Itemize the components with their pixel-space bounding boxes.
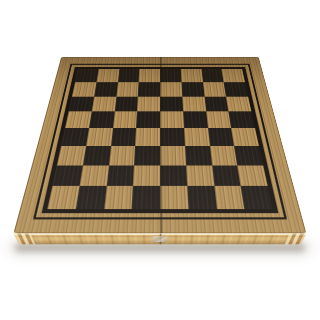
square-b7 [94,82,118,96]
square-g2 [212,165,241,186]
square-d8 [139,69,160,82]
square-g6 [204,96,229,111]
inner-frame [42,67,279,213]
square-h4 [231,128,259,146]
square-b3 [83,146,111,165]
square-e1 [160,186,188,209]
square-c3 [108,146,135,165]
product-photo [0,0,320,320]
square-f7 [181,82,204,96]
square-f2 [186,165,214,186]
square-a6 [69,96,94,111]
square-a2 [52,165,82,186]
square-b5 [89,112,115,128]
square-f6 [182,96,206,111]
square-f8 [181,69,203,82]
square-e2 [160,165,187,186]
square-h2 [237,165,267,186]
square-f5 [183,112,208,128]
square-b1 [75,186,106,209]
square-d3 [134,146,160,165]
square-f1 [187,186,216,209]
square-e4 [160,128,185,146]
square-g4 [208,128,235,146]
square-b4 [86,128,113,146]
square-a7 [72,82,96,96]
square-f3 [185,146,212,165]
chessboard-top [13,57,306,233]
square-g5 [206,112,232,128]
square-b2 [79,165,108,186]
metal-clasp-icon [153,236,168,242]
square-e3 [160,146,186,165]
square-c7 [116,82,139,96]
square-f4 [184,128,210,146]
square-c8 [118,69,140,82]
square-c4 [111,128,137,146]
square-d5 [136,112,160,128]
square-g3 [209,146,237,165]
square-h6 [226,96,251,111]
square-a8 [75,69,98,82]
square-a3 [57,146,86,165]
square-g8 [201,69,224,82]
board-grid [47,69,272,209]
square-b6 [91,96,116,111]
square-h8 [222,69,245,82]
chessboard [13,57,306,233]
square-b8 [96,69,119,82]
square-d2 [133,165,160,186]
square-c2 [106,165,134,186]
square-a4 [61,128,89,146]
square-d7 [138,82,160,96]
square-a5 [65,112,91,128]
square-g1 [214,186,245,209]
square-e6 [160,96,183,111]
square-e8 [160,69,181,82]
square-h1 [241,186,273,209]
square-e5 [160,112,184,128]
square-h7 [224,82,248,96]
square-c5 [113,112,138,128]
square-d4 [135,128,160,146]
board-front-edge [13,233,306,244]
square-d1 [132,186,160,209]
square-c1 [104,186,133,209]
square-d6 [137,96,160,111]
square-g7 [202,82,226,96]
square-a1 [47,186,79,209]
square-h5 [229,112,255,128]
square-h3 [234,146,263,165]
square-e7 [160,82,182,96]
square-c6 [114,96,138,111]
